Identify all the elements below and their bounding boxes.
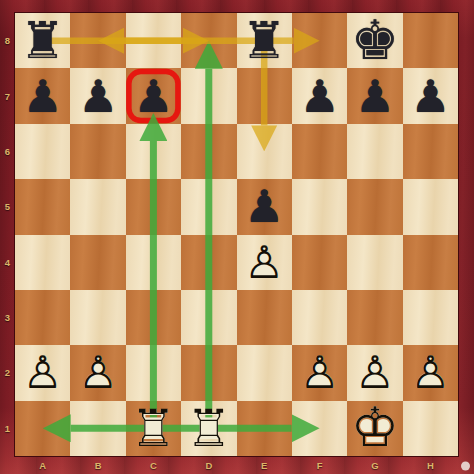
square-a1[interactable] <box>15 401 70 456</box>
square-h4[interactable] <box>403 235 458 290</box>
square-g5[interactable] <box>347 179 402 234</box>
piece-white-rook-c1[interactable]: ♜♖ <box>126 401 181 456</box>
square-d7[interactable] <box>181 68 236 123</box>
file-label-f: F <box>292 456 347 474</box>
rank-label-5: 5 <box>0 179 15 234</box>
square-d8[interactable] <box>181 13 236 68</box>
square-b5[interactable] <box>70 179 125 234</box>
piece-black-rook-a8[interactable]: ♜ <box>15 13 70 68</box>
square-g6[interactable] <box>347 124 402 179</box>
file-label-c: C <box>126 456 181 474</box>
piece-black-pawn-h7[interactable]: ♟ <box>403 68 458 123</box>
file-label-d: D <box>181 456 236 474</box>
piece-black-pawn-c7[interactable]: ♟ <box>126 68 181 123</box>
square-c3[interactable] <box>126 290 181 345</box>
square-c5[interactable] <box>126 179 181 234</box>
square-g4[interactable] <box>347 235 402 290</box>
square-d5[interactable] <box>181 179 236 234</box>
square-b3[interactable] <box>70 290 125 345</box>
rank-label-8: 8 <box>0 13 15 68</box>
square-c2[interactable] <box>126 345 181 400</box>
square-f1[interactable] <box>292 401 347 456</box>
piece-white-pawn-a2[interactable]: ♟♙ <box>15 345 70 400</box>
square-c4[interactable] <box>126 235 181 290</box>
square-e6[interactable] <box>237 124 292 179</box>
rank-label-7: 7 <box>0 68 15 123</box>
rank-label-3: 3 <box>0 290 15 345</box>
piece-white-pawn-g2[interactable]: ♟♙ <box>347 345 402 400</box>
square-b6[interactable] <box>70 124 125 179</box>
piece-white-pawn-e4[interactable]: ♟♙ <box>237 235 292 290</box>
square-a4[interactable] <box>15 235 70 290</box>
piece-white-king-g1[interactable]: ♚♔ <box>347 401 402 456</box>
square-f6[interactable] <box>292 124 347 179</box>
square-c8[interactable] <box>126 13 181 68</box>
rank-label-6: 6 <box>0 124 15 179</box>
rank-label-2: 2 <box>0 345 15 400</box>
square-d3[interactable] <box>181 290 236 345</box>
square-e7[interactable] <box>237 68 292 123</box>
square-e3[interactable] <box>237 290 292 345</box>
square-d6[interactable] <box>181 124 236 179</box>
square-a6[interactable] <box>15 124 70 179</box>
file-label-h: H <box>403 456 458 474</box>
file-label-a: A <box>15 456 70 474</box>
square-f8[interactable] <box>292 13 347 68</box>
file-label-e: E <box>237 456 292 474</box>
square-h6[interactable] <box>403 124 458 179</box>
piece-white-pawn-b2[interactable]: ♟♙ <box>70 345 125 400</box>
piece-black-pawn-e5[interactable]: ♟ <box>237 179 292 234</box>
piece-black-pawn-b7[interactable]: ♟ <box>70 68 125 123</box>
square-c6[interactable] <box>126 124 181 179</box>
square-h8[interactable] <box>403 13 458 68</box>
square-a5[interactable] <box>15 179 70 234</box>
board-frame: 87654321ABCDEFGH♜♜♚♟♟♟♟♟♟♟♟♙♟♙♟♙♟♙♟♙♟♙♜♖… <box>0 0 474 474</box>
square-e1[interactable] <box>237 401 292 456</box>
square-d4[interactable] <box>181 235 236 290</box>
square-h5[interactable] <box>403 179 458 234</box>
square-f5[interactable] <box>292 179 347 234</box>
piece-white-pawn-f2[interactable]: ♟♙ <box>292 345 347 400</box>
piece-black-pawn-f7[interactable]: ♟ <box>292 68 347 123</box>
file-label-b: B <box>70 456 125 474</box>
square-b4[interactable] <box>70 235 125 290</box>
square-f4[interactable] <box>292 235 347 290</box>
square-d2[interactable] <box>181 345 236 400</box>
piece-black-pawn-g7[interactable]: ♟ <box>347 68 402 123</box>
square-h1[interactable] <box>403 401 458 456</box>
piece-white-rook-d1[interactable]: ♜♖ <box>181 401 236 456</box>
square-e2[interactable] <box>237 345 292 400</box>
square-b8[interactable] <box>70 13 125 68</box>
piece-black-pawn-a7[interactable]: ♟ <box>15 68 70 123</box>
rank-label-4: 4 <box>0 235 15 290</box>
corner-dot <box>461 462 470 471</box>
square-a3[interactable] <box>15 290 70 345</box>
piece-white-pawn-h2[interactable]: ♟♙ <box>403 345 458 400</box>
square-f3[interactable] <box>292 290 347 345</box>
piece-black-rook-e8[interactable]: ♜ <box>237 13 292 68</box>
piece-black-king-g8[interactable]: ♚ <box>347 13 402 68</box>
square-b1[interactable] <box>70 401 125 456</box>
square-g3[interactable] <box>347 290 402 345</box>
rank-label-1: 1 <box>0 401 15 456</box>
square-h3[interactable] <box>403 290 458 345</box>
